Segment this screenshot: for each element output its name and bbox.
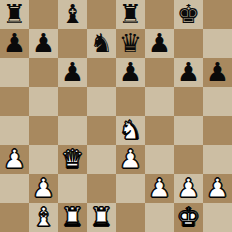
square-f8[interactable] xyxy=(145,0,174,29)
piece-white-rook[interactable]: ♜ xyxy=(61,203,84,232)
square-c4[interactable] xyxy=(58,116,87,145)
square-h2[interactable]: ♟ xyxy=(203,174,232,203)
square-b4[interactable] xyxy=(29,116,58,145)
square-e8[interactable]: ♜ xyxy=(116,0,145,29)
square-f3[interactable] xyxy=(145,145,174,174)
piece-white-knight[interactable]: ♞ xyxy=(119,116,142,145)
square-c7[interactable] xyxy=(58,29,87,58)
piece-black-rook[interactable]: ♜ xyxy=(3,0,26,29)
square-c2[interactable] xyxy=(58,174,87,203)
piece-black-queen[interactable]: ♛ xyxy=(119,29,142,58)
piece-white-king[interactable]: ♚ xyxy=(177,203,200,232)
square-e2[interactable] xyxy=(116,174,145,203)
square-g5[interactable] xyxy=(174,87,203,116)
square-b7[interactable]: ♟ xyxy=(29,29,58,58)
square-e7[interactable]: ♛ xyxy=(116,29,145,58)
piece-white-queen[interactable]: ♛ xyxy=(61,145,84,174)
square-b1[interactable]: ♝ xyxy=(29,203,58,232)
square-c5[interactable] xyxy=(58,87,87,116)
square-h5[interactable] xyxy=(203,87,232,116)
square-a3[interactable]: ♟ xyxy=(0,145,29,174)
piece-white-pawn[interactable]: ♟ xyxy=(32,174,55,203)
square-c8[interactable]: ♝ xyxy=(58,0,87,29)
square-b6[interactable] xyxy=(29,58,58,87)
square-d6[interactable] xyxy=(87,58,116,87)
square-f1[interactable] xyxy=(145,203,174,232)
piece-white-rook[interactable]: ♜ xyxy=(90,203,113,232)
square-f2[interactable]: ♟ xyxy=(145,174,174,203)
piece-black-rook[interactable]: ♜ xyxy=(119,0,142,29)
square-d8[interactable] xyxy=(87,0,116,29)
square-e4[interactable]: ♞ xyxy=(116,116,145,145)
square-b2[interactable]: ♟ xyxy=(29,174,58,203)
square-d5[interactable] xyxy=(87,87,116,116)
square-c1[interactable]: ♜ xyxy=(58,203,87,232)
square-f6[interactable] xyxy=(145,58,174,87)
square-d2[interactable] xyxy=(87,174,116,203)
square-c6[interactable]: ♟ xyxy=(58,58,87,87)
piece-black-pawn[interactable]: ♟ xyxy=(148,29,171,58)
square-a7[interactable]: ♟ xyxy=(0,29,29,58)
piece-black-bishop[interactable]: ♝ xyxy=(61,0,84,29)
square-e3[interactable]: ♟ xyxy=(116,145,145,174)
piece-black-pawn[interactable]: ♟ xyxy=(206,58,229,87)
piece-white-pawn[interactable]: ♟ xyxy=(206,174,229,203)
square-f4[interactable] xyxy=(145,116,174,145)
piece-black-pawn[interactable]: ♟ xyxy=(119,58,142,87)
square-a4[interactable] xyxy=(0,116,29,145)
square-d4[interactable] xyxy=(87,116,116,145)
piece-white-bishop[interactable]: ♝ xyxy=(32,203,55,232)
piece-black-pawn[interactable]: ♟ xyxy=(3,29,26,58)
piece-black-pawn[interactable]: ♟ xyxy=(32,29,55,58)
square-a2[interactable] xyxy=(0,174,29,203)
piece-white-pawn[interactable]: ♟ xyxy=(177,174,200,203)
square-h1[interactable] xyxy=(203,203,232,232)
square-e1[interactable] xyxy=(116,203,145,232)
piece-black-pawn[interactable]: ♟ xyxy=(61,58,84,87)
square-b8[interactable] xyxy=(29,0,58,29)
square-h4[interactable] xyxy=(203,116,232,145)
square-h6[interactable]: ♟ xyxy=(203,58,232,87)
square-a5[interactable] xyxy=(0,87,29,116)
square-e5[interactable] xyxy=(116,87,145,116)
square-c3[interactable]: ♛ xyxy=(58,145,87,174)
piece-black-knight[interactable]: ♞ xyxy=(90,29,113,58)
square-g1[interactable]: ♚ xyxy=(174,203,203,232)
piece-black-pawn[interactable]: ♟ xyxy=(177,58,200,87)
square-d3[interactable] xyxy=(87,145,116,174)
square-a6[interactable] xyxy=(0,58,29,87)
piece-black-king[interactable]: ♚ xyxy=(177,0,200,29)
square-h3[interactable] xyxy=(203,145,232,174)
chess-board: ♜♝♜♚♟♟♞♛♟♟♟♟♟♞♟♛♟♟♟♟♟♝♜♜♚ xyxy=(0,0,232,232)
square-b5[interactable] xyxy=(29,87,58,116)
square-g3[interactable] xyxy=(174,145,203,174)
square-f7[interactable]: ♟ xyxy=(145,29,174,58)
square-a8[interactable]: ♜ xyxy=(0,0,29,29)
square-e6[interactable]: ♟ xyxy=(116,58,145,87)
square-b3[interactable] xyxy=(29,145,58,174)
square-g6[interactable]: ♟ xyxy=(174,58,203,87)
square-f5[interactable] xyxy=(145,87,174,116)
square-g7[interactable] xyxy=(174,29,203,58)
square-g4[interactable] xyxy=(174,116,203,145)
square-a1[interactable] xyxy=(0,203,29,232)
piece-white-pawn[interactable]: ♟ xyxy=(148,174,171,203)
square-h7[interactable] xyxy=(203,29,232,58)
piece-white-pawn[interactable]: ♟ xyxy=(3,145,26,174)
piece-white-pawn[interactable]: ♟ xyxy=(119,145,142,174)
square-g2[interactable]: ♟ xyxy=(174,174,203,203)
square-g8[interactable]: ♚ xyxy=(174,0,203,29)
square-h8[interactable] xyxy=(203,0,232,29)
square-d1[interactable]: ♜ xyxy=(87,203,116,232)
square-d7[interactable]: ♞ xyxy=(87,29,116,58)
